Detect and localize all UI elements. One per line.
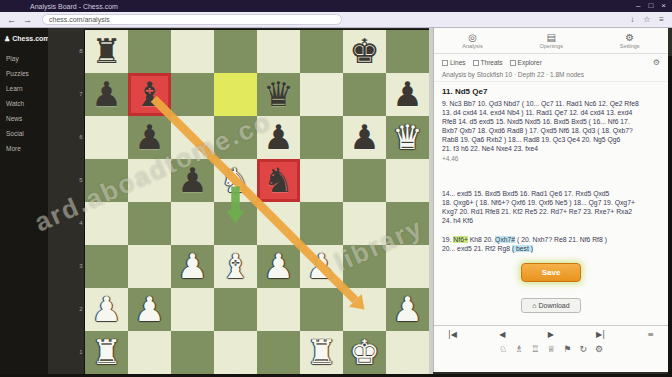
chess-board: ♜♚♟♝♛♟♟♟♟♛♟♞♞♟♝♟♟♟♟♟♜♜♚ bbox=[85, 30, 429, 374]
checkbox-threats[interactable]: Threats bbox=[473, 59, 503, 66]
tab-label: Settings bbox=[620, 43, 640, 49]
square-g7[interactable] bbox=[343, 73, 386, 116]
eval-line: +4.46 bbox=[434, 154, 668, 166]
square-e1[interactable] bbox=[257, 331, 300, 374]
square-f2[interactable] bbox=[300, 288, 343, 331]
controls-row: Lines Threats Explorer ⚙ bbox=[434, 54, 668, 69]
square-e8[interactable] bbox=[257, 30, 300, 73]
square-a1[interactable]: ♜ bbox=[85, 331, 128, 374]
square-d6[interactable] bbox=[214, 116, 257, 159]
square-b5[interactable] bbox=[128, 159, 171, 202]
rook-icon[interactable]: ♖ bbox=[531, 344, 539, 354]
square-f4[interactable] bbox=[300, 202, 343, 245]
square-h7[interactable]: ♟ bbox=[386, 73, 429, 116]
square-c4[interactable] bbox=[171, 202, 214, 245]
move-line[interactable]: Kxg7 20. Rd1 Rfe8 21. Kf2 Re5 22. Rd7+ R… bbox=[442, 207, 660, 216]
move-line[interactable]: 19. Nf6+ Kh8 20. Qxh7# ( 20. Nxh7? Re8 2… bbox=[442, 235, 660, 244]
save-button[interactable]: Save bbox=[521, 263, 581, 282]
square-g1[interactable]: ♚ bbox=[343, 331, 386, 374]
highlighted-move: Qxh7# bbox=[495, 236, 515, 243]
back-icon[interactable]: ← bbox=[7, 15, 16, 25]
tab-label: Analysis bbox=[462, 43, 482, 49]
white-rook-f1[interactable]: ♜ bbox=[300, 331, 343, 374]
square-f3[interactable]: ♟ bbox=[300, 245, 343, 288]
square-d5[interactable]: ♞ bbox=[214, 159, 257, 202]
black-pawn-e6[interactable]: ♟ bbox=[257, 116, 300, 159]
square-b2[interactable]: ♟ bbox=[128, 288, 171, 331]
black-rook-a8[interactable]: ♜ bbox=[85, 30, 128, 73]
white-bishop-d3[interactable]: ♝ bbox=[214, 245, 257, 288]
square-e5[interactable]: ♞ bbox=[257, 159, 300, 202]
square-c5[interactable]: ♟ bbox=[171, 159, 214, 202]
checkbox-icon bbox=[473, 60, 479, 66]
move-text: ( 20. Nxh7? Re8 21. Nf6 Rf8 ) bbox=[515, 236, 607, 243]
sidebar-item-more[interactable]: More bbox=[0, 141, 48, 156]
reset-icon[interactable]: ↻ bbox=[579, 344, 587, 354]
download-icon[interactable]: ↓ bbox=[630, 15, 634, 24]
square-b3[interactable] bbox=[128, 245, 171, 288]
secondary-wrap: ⌂ Download bbox=[434, 294, 668, 313]
address-bar[interactable]: chess.com/analysis bbox=[42, 14, 342, 25]
black-bishop-b7[interactable]: ♝ bbox=[128, 73, 171, 116]
white-pawn-c3[interactable]: ♟ bbox=[171, 245, 214, 288]
white-queen-h6[interactable]: ♛ bbox=[386, 116, 429, 159]
square-a3[interactable] bbox=[85, 245, 128, 288]
square-e6[interactable]: ♟ bbox=[257, 116, 300, 159]
square-g2[interactable] bbox=[343, 288, 386, 331]
square-f7[interactable] bbox=[300, 73, 343, 116]
square-f1[interactable]: ♜ bbox=[300, 331, 343, 374]
rank-label: 7 bbox=[77, 73, 85, 116]
variation-2[interactable]: 14... exd5 15. Bxd5 Bxd5 16. Rad1 Qe6 17… bbox=[434, 188, 668, 226]
white-pawn-f3[interactable]: ♟ bbox=[300, 245, 343, 288]
download-button[interactable]: ⌂ Download bbox=[521, 298, 580, 313]
board-grid: ♜♚♟♝♛♟♟♟♟♛♟♞♞♟♝♟♟♟♟♟♜♜♚ bbox=[85, 30, 429, 374]
knight-icon[interactable]: ♘ bbox=[499, 344, 507, 354]
move-text: 20... exd5 21. Rf2 Rg8 bbox=[442, 245, 512, 252]
spacer bbox=[434, 166, 668, 188]
move-nav-row: |◀◀▶▶|≡ bbox=[434, 326, 668, 339]
square-e2[interactable] bbox=[257, 288, 300, 331]
square-a4[interactable] bbox=[85, 202, 128, 245]
square-b1[interactable] bbox=[128, 331, 171, 374]
sidebar-item-news[interactable]: News bbox=[0, 111, 48, 126]
sidebar-item-play[interactable]: Play bbox=[0, 51, 48, 66]
bishop-icon[interactable]: ♗ bbox=[515, 344, 523, 354]
checkbox-explorer[interactable]: Explorer bbox=[510, 59, 542, 66]
black-queen-e7[interactable]: ♛ bbox=[257, 73, 300, 116]
next-move-icon[interactable]: ▶ bbox=[548, 330, 554, 339]
white-pawn-e3[interactable]: ♟ bbox=[257, 245, 300, 288]
square-h3[interactable] bbox=[386, 245, 429, 288]
square-h8[interactable] bbox=[386, 30, 429, 73]
rank-label: 8 bbox=[77, 30, 85, 73]
square-g6[interactable]: ♟ bbox=[343, 116, 386, 159]
rank-label: 3 bbox=[77, 245, 85, 288]
square-h2[interactable]: ♟ bbox=[386, 288, 429, 331]
white-king-g1[interactable]: ♚ bbox=[343, 331, 386, 374]
movelist-icon[interactable]: ≡ bbox=[647, 330, 654, 339]
square-e3[interactable]: ♟ bbox=[257, 245, 300, 288]
star-icon[interactable]: ☆ bbox=[643, 15, 650, 24]
rank-label: 2 bbox=[77, 288, 85, 331]
square-b7[interactable]: ♝ bbox=[128, 73, 171, 116]
square-a5[interactable] bbox=[85, 159, 128, 202]
square-d7[interactable] bbox=[214, 73, 257, 116]
tab-settings[interactable]: ⚙Settings bbox=[620, 32, 640, 53]
highlighted-move: ( best ) bbox=[512, 245, 533, 252]
square-d3[interactable]: ♝ bbox=[214, 245, 257, 288]
sidebar: ♟ Chess.com PlayPuzzlesLearnWatchNewsSoc… bbox=[0, 28, 48, 377]
move-text: Kh8 20. bbox=[468, 236, 495, 243]
rank-labels: 87654321 bbox=[77, 30, 85, 374]
rank-label: 5 bbox=[77, 159, 85, 202]
move-line[interactable]: 9. Nc3 Bb7 10. Qd3 Nbd7 ( 10... Qc7 11. … bbox=[442, 99, 660, 108]
square-h6[interactable]: ♛ bbox=[386, 116, 429, 159]
window-controls: – □ × bbox=[636, 0, 666, 12]
move-line[interactable]: 13. d4 cxd4 14. exd4 Nb4 ) 11. Rad1 Qe7 … bbox=[442, 108, 660, 117]
square-c6[interactable] bbox=[171, 116, 214, 159]
tab-label: Openings bbox=[540, 43, 564, 49]
white-rook-a1[interactable]: ♜ bbox=[85, 331, 128, 374]
square-e4[interactable] bbox=[257, 202, 300, 245]
white-pawn-a2[interactable]: ♟ bbox=[85, 288, 128, 331]
highlighted-move: Nf6+ bbox=[453, 236, 468, 243]
square-d4[interactable] bbox=[214, 202, 257, 245]
square-b8[interactable] bbox=[128, 30, 171, 73]
sidebar-item-learn[interactable]: Learn bbox=[0, 81, 48, 96]
square-g5[interactable] bbox=[343, 159, 386, 202]
annotation-icons-row: ♘♗♖♕⚑↻⚙ bbox=[434, 339, 668, 354]
square-d2[interactable] bbox=[214, 288, 257, 331]
move-line[interactable]: 24. h4 Kf6 bbox=[442, 216, 660, 225]
sidebar-item-watch[interactable]: Watch bbox=[0, 96, 48, 111]
square-d1[interactable] bbox=[214, 331, 257, 374]
settings-tab-icon: ⚙ bbox=[620, 32, 640, 43]
move-line[interactable]: Rab8 19. Qa6 Rxb2 ) 18... Rad8 19. Qc3 Q… bbox=[442, 135, 660, 144]
menu-icon[interactable]: ≡ bbox=[659, 15, 664, 24]
tab-analysis[interactable]: ◎Analysis bbox=[462, 32, 482, 53]
page-right-edge bbox=[668, 56, 672, 377]
square-h5[interactable] bbox=[386, 159, 429, 202]
maximize-button[interactable]: □ bbox=[648, 0, 653, 12]
black-pawn-b6[interactable]: ♟ bbox=[128, 116, 171, 159]
checkbox-lines[interactable]: Lines bbox=[442, 59, 466, 66]
gear-icon[interactable]: ⚙ bbox=[653, 58, 660, 67]
minimize-button[interactable]: – bbox=[636, 0, 640, 12]
rank-label: 1 bbox=[77, 331, 85, 374]
move-line[interactable]: 18. Qxg6+ ( 18. Nf6+? Qxf6 19. Qxf6 Ne5 … bbox=[442, 198, 660, 207]
analysis-panel: ◎Analysis▤Openings⚙Settings Lines Threat… bbox=[433, 28, 668, 372]
checkbox-icon bbox=[442, 60, 448, 66]
save-wrap: Save bbox=[434, 261, 668, 282]
sidebar-item-social[interactable]: Social bbox=[0, 126, 48, 141]
square-a2[interactable]: ♟ bbox=[85, 288, 128, 331]
tab-openings[interactable]: ▤Openings bbox=[540, 32, 564, 53]
variation-1[interactable]: 9. Nc3 Bb7 10. Qd3 Nbd7 ( 10... Qc7 11. … bbox=[434, 98, 668, 154]
rank-label: 6 bbox=[77, 116, 85, 159]
square-a7[interactable]: ♟ bbox=[85, 73, 128, 116]
variation-3[interactable]: 19. Nf6+ Kh8 20. Qxh7# ( 20. Nxh7? Re8 2… bbox=[434, 234, 668, 254]
square-b6[interactable]: ♟ bbox=[128, 116, 171, 159]
black-knight-e5[interactable]: ♞ bbox=[257, 159, 300, 202]
black-pawn-g6[interactable]: ♟ bbox=[343, 116, 386, 159]
move-line[interactable]: 14... exd5 15. Bxd5 Bxd5 16. Rad1 Qe6 17… bbox=[442, 189, 660, 198]
square-f6[interactable] bbox=[300, 116, 343, 159]
last-move-icon[interactable]: ▶| bbox=[596, 330, 605, 339]
move-heading: 11. Nd5 Qe7 bbox=[434, 82, 668, 98]
chesscom-logo[interactable]: ♟ Chess.com bbox=[0, 32, 48, 51]
move-line[interactable]: 21. f3 h6 22. Ne4 Nxe4 23. fxe4 bbox=[442, 144, 660, 153]
white-pawn-h2[interactable]: ♟ bbox=[386, 288, 429, 331]
move-line[interactable]: Rfe8 14. d5 exd5 15. Nxd5 Nxd5 16. Bxd5 … bbox=[442, 117, 660, 126]
flag-icon[interactable]: ⚑ bbox=[563, 344, 571, 354]
square-c3[interactable]: ♟ bbox=[171, 245, 214, 288]
checkbox-icon bbox=[510, 60, 516, 66]
square-c8[interactable] bbox=[171, 30, 214, 73]
forward-icon[interactable]: → bbox=[23, 15, 32, 25]
highlight-d7 bbox=[214, 73, 257, 116]
analysis-tab-icon: ◎ bbox=[462, 32, 482, 43]
sidebar-item-puzzles[interactable]: Puzzles bbox=[0, 66, 48, 81]
window-title: Analysis Board - Chess.com bbox=[30, 3, 118, 10]
prev-move-icon[interactable]: ◀ bbox=[499, 330, 505, 339]
analysis-meta: Analysis by Stockfish 10 · Depth 22 · 1.… bbox=[434, 69, 668, 82]
square-d8[interactable] bbox=[214, 30, 257, 73]
address-text: chess.com/analysis bbox=[49, 16, 110, 23]
toolbar-right-icons: ↓ ☆ ≡ bbox=[630, 15, 664, 24]
browser-titlebar: Analysis Board - Chess.com – □ × bbox=[0, 0, 672, 12]
queen-icon[interactable]: ♕ bbox=[547, 344, 555, 354]
sidebar-menu: PlayPuzzlesLearnWatchNewsSocialMore bbox=[0, 51, 48, 156]
square-h1[interactable] bbox=[386, 331, 429, 374]
square-a8[interactable]: ♜ bbox=[85, 30, 128, 73]
square-e7[interactable]: ♛ bbox=[257, 73, 300, 116]
white-knight-d5[interactable]: ♞ bbox=[214, 159, 257, 202]
square-g3[interactable] bbox=[343, 245, 386, 288]
black-pawn-h7[interactable]: ♟ bbox=[386, 73, 429, 116]
square-a6[interactable] bbox=[85, 116, 128, 159]
settings-icon[interactable]: ⚙ bbox=[595, 344, 603, 354]
move-line[interactable]: Bxb7 Qxb7 18. Qxd6 Rad8 ) 17. Qxd5 Nf6 1… bbox=[442, 126, 660, 135]
rank-label: 4 bbox=[77, 202, 85, 245]
square-f5[interactable] bbox=[300, 159, 343, 202]
square-c7[interactable] bbox=[171, 73, 214, 116]
black-pawn-c5[interactable]: ♟ bbox=[171, 159, 214, 202]
black-pawn-a7[interactable]: ♟ bbox=[85, 73, 128, 116]
black-king-g8[interactable]: ♚ bbox=[343, 30, 386, 73]
panel-tabs: ◎Analysis▤Openings⚙Settings bbox=[434, 28, 668, 54]
square-h4[interactable] bbox=[386, 202, 429, 245]
square-g8[interactable]: ♚ bbox=[343, 30, 386, 73]
square-g4[interactable] bbox=[343, 202, 386, 245]
white-pawn-b2[interactable]: ♟ bbox=[128, 288, 171, 331]
close-button[interactable]: × bbox=[661, 0, 666, 12]
openings-tab-icon: ▤ bbox=[540, 32, 564, 43]
app-frame: ♟ Chess.com PlayPuzzlesLearnWatchNewsSoc… bbox=[0, 28, 672, 377]
square-c1[interactable] bbox=[171, 331, 214, 374]
square-b4[interactable] bbox=[128, 202, 171, 245]
move-line[interactable]: 20... exd5 21. Rf2 Rg8 ( best ) bbox=[442, 244, 660, 253]
square-c2[interactable] bbox=[171, 288, 214, 331]
square-f8[interactable] bbox=[300, 30, 343, 73]
first-move-icon[interactable]: |◀ bbox=[448, 330, 457, 339]
move-text: 19. bbox=[442, 236, 453, 243]
browser-toolbar: ← → chess.com/analysis ↓ ☆ ≡ bbox=[0, 12, 672, 28]
